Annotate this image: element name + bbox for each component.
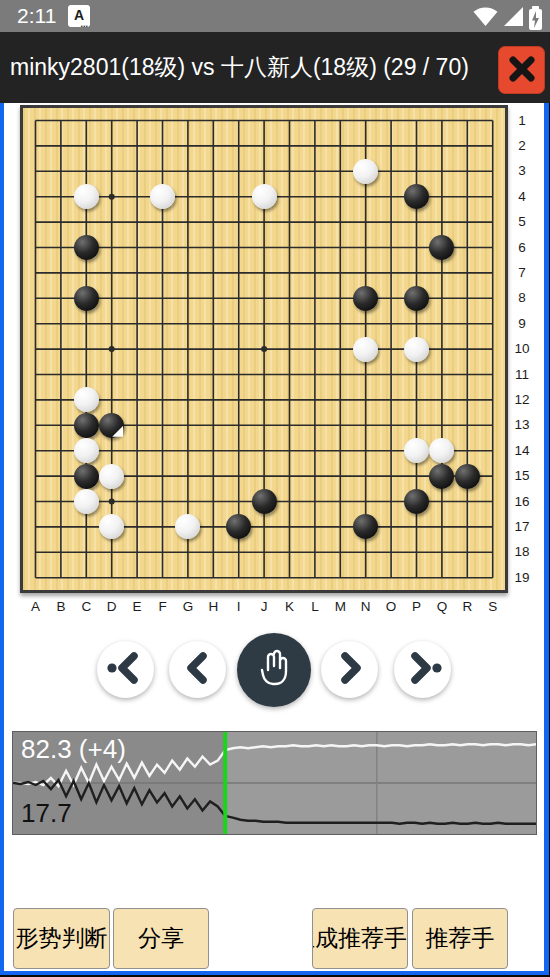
hand-icon [254, 646, 294, 695]
stone-black-P16 [404, 489, 429, 514]
previous-move-button[interactable] [169, 641, 226, 698]
ime-icon: A... [68, 5, 90, 27]
content-area: 12345678910111213141516171819 ABCDEFGHIJ… [0, 103, 549, 975]
col-label-S: S [483, 599, 503, 615]
col-label-C: C [76, 599, 96, 615]
stone-white-C4 [74, 184, 99, 209]
close-x-icon [506, 53, 538, 88]
stone-white-J4 [252, 184, 277, 209]
col-label-F: F [153, 599, 173, 615]
row-label-1: 1 [508, 113, 536, 129]
stone-white-N3 [353, 159, 378, 184]
stone-white-P10 [404, 337, 429, 362]
col-label-P: P [407, 599, 427, 615]
board-grid [23, 108, 505, 590]
share-button[interactable]: 分享 [113, 908, 209, 969]
row-label-4: 4 [508, 189, 536, 205]
col-label-H: H [203, 599, 223, 615]
wifi-icon [473, 7, 498, 30]
status-bar: 2:11 A... [0, 0, 550, 32]
status-icons [473, 7, 542, 30]
col-label-O: O [381, 599, 401, 615]
star-point [109, 346, 115, 352]
col-label-Q: Q [432, 599, 452, 615]
col-label-E: E [127, 599, 147, 615]
stone-black-R15 [455, 464, 480, 489]
col-label-M: M [330, 599, 350, 615]
stone-white-C16 [74, 489, 99, 514]
row-label-8: 8 [508, 290, 536, 306]
col-label-A: A [26, 599, 46, 615]
col-label-B: B [51, 599, 71, 615]
battery-charging-icon [529, 9, 542, 30]
row-label-3: 3 [508, 163, 536, 179]
close-button[interactable] [498, 46, 545, 94]
row-label-5: 5 [508, 214, 536, 230]
win-rate-graph[interactable]: 82.3 (+4) 17.7 [12, 731, 537, 835]
col-label-L: L [305, 599, 325, 615]
stone-white-D15 [99, 464, 124, 489]
stone-white-C14 [74, 438, 99, 463]
game-title: minky2801(18级) vs 十八新人(18级) (29 / 70) [10, 32, 469, 103]
stone-black-C6 [74, 235, 99, 260]
black-winrate-label: 17.7 [21, 798, 72, 829]
next-move-button[interactable] [321, 641, 378, 698]
ime-dots: ... [80, 21, 88, 27]
row-label-16: 16 [508, 494, 536, 510]
chevron-left-icon [181, 651, 215, 688]
stone-black-C8 [74, 286, 99, 311]
stone-black-D13 [99, 413, 124, 438]
row-label-10: 10 [508, 341, 536, 357]
col-label-J: J [254, 599, 274, 615]
row-label-15: 15 [508, 468, 536, 484]
hand-mode-button[interactable] [237, 633, 311, 707]
col-label-R: R [457, 599, 477, 615]
stone-black-N8 [353, 286, 378, 311]
col-label-G: G [178, 599, 198, 615]
row-label-12: 12 [508, 392, 536, 408]
stone-black-C13 [74, 413, 99, 438]
stone-black-C15 [74, 464, 99, 489]
stone-white-N10 [353, 337, 378, 362]
row-label-2: 2 [508, 138, 536, 154]
generate-recommended-moves-button[interactable]: 生成推荐手 [312, 908, 408, 969]
row-label-13: 13 [508, 417, 536, 433]
app-screen: 2:11 A... minky2801(18级) vs 十八新人(18级) (2… [0, 0, 550, 977]
title-bar: minky2801(18级) vs 十八新人(18级) (29 / 70) [0, 32, 550, 103]
chevron-first-icon [106, 651, 146, 688]
row-label-18: 18 [508, 544, 536, 560]
col-label-K: K [280, 599, 300, 615]
row-label-19: 19 [508, 570, 536, 586]
go-to-start-button[interactable] [97, 641, 154, 698]
go-board[interactable] [20, 105, 508, 593]
go-to-end-button[interactable] [394, 641, 451, 698]
row-label-9: 9 [508, 316, 536, 332]
row-label-17: 17 [508, 519, 536, 535]
signal-icon [504, 7, 523, 30]
row-label-11: 11 [508, 367, 536, 383]
clock: 2:11 [17, 4, 56, 28]
stone-black-Q15 [429, 464, 454, 489]
row-label-6: 6 [508, 240, 536, 256]
situation-judgment-button[interactable]: 形势判断 [13, 908, 110, 969]
recommended-move-button[interactable]: 推荐手 [412, 908, 508, 969]
chevron-last-icon [403, 651, 443, 688]
col-label-I: I [229, 599, 249, 615]
star-point [109, 194, 115, 200]
star-point [261, 346, 267, 352]
last-move-marker [112, 426, 123, 437]
row-label-7: 7 [508, 265, 536, 281]
white-winrate-label: 82.3 (+4) [21, 734, 126, 765]
stone-black-P8 [404, 286, 429, 311]
chevron-right-icon [333, 651, 367, 688]
row-label-14: 14 [508, 443, 536, 459]
col-label-N: N [356, 599, 376, 615]
stone-black-J16 [252, 489, 277, 514]
col-label-D: D [102, 599, 122, 615]
star-point [109, 499, 115, 505]
